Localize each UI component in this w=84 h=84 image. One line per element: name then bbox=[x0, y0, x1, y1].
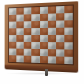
square-e5 bbox=[40, 28, 48, 35]
square-g6 bbox=[56, 20, 64, 27]
chess-board bbox=[5, 1, 79, 73]
square-d4 bbox=[32, 35, 40, 42]
square-d1 bbox=[32, 56, 40, 63]
square-c4 bbox=[24, 35, 32, 42]
square-g4 bbox=[56, 35, 64, 42]
square-f4 bbox=[48, 35, 56, 42]
square-g1 bbox=[56, 56, 64, 63]
square-h6 bbox=[64, 20, 73, 27]
square-f5 bbox=[48, 28, 56, 35]
square-g5 bbox=[56, 28, 64, 35]
playing-field bbox=[8, 4, 74, 65]
clasp-icon bbox=[45, 69, 48, 76]
board-shadow bbox=[6, 72, 76, 75]
square-h4 bbox=[64, 35, 73, 42]
square-h5 bbox=[64, 28, 73, 35]
square-c1 bbox=[24, 56, 32, 63]
product-photo-scene bbox=[0, 0, 84, 84]
square-b1 bbox=[16, 55, 24, 62]
square-a5 bbox=[9, 28, 16, 35]
square-b5 bbox=[16, 28, 24, 35]
square-a1 bbox=[9, 55, 16, 62]
square-e4 bbox=[40, 35, 48, 42]
square-c5 bbox=[24, 28, 32, 35]
square-h1 bbox=[64, 57, 73, 65]
board-face bbox=[5, 1, 79, 69]
square-d5 bbox=[32, 28, 40, 35]
square-e1 bbox=[40, 56, 48, 63]
square-f1 bbox=[48, 56, 56, 63]
